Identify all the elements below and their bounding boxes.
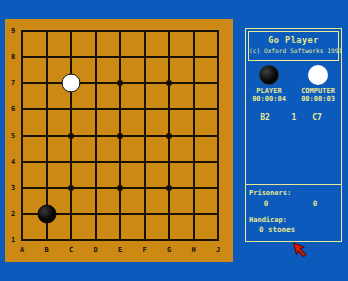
board-cell [170, 215, 193, 239]
board-cell [97, 163, 120, 187]
computer-clock: 00:00:03 [301, 95, 335, 103]
col-label-A: A [20, 247, 24, 254]
star-point-G3 [167, 185, 172, 190]
screen: { "game": "go", "app": { "title": "Go Pl… [0, 0, 348, 281]
board-cell [97, 137, 120, 161]
board-cell [195, 32, 218, 56]
computer-label: COMPUTER [301, 87, 335, 95]
star-point-G5 [167, 133, 172, 138]
board-cell [121, 163, 144, 187]
col-label-B: B [44, 247, 48, 254]
board-cell [97, 58, 120, 82]
star-point-C5 [69, 133, 74, 138]
row-label-5: 5 [11, 132, 15, 139]
board-cell [23, 58, 46, 82]
player-clock: 00:00:04 [252, 95, 286, 103]
info-panel: Go Player (c) Oxford Softworks 1991 PLAY… [245, 28, 342, 242]
board-cell [146, 110, 169, 134]
col-label-G: G [167, 247, 171, 254]
computer-stone-white [308, 65, 328, 85]
board-cell [97, 110, 120, 134]
board-cell [146, 58, 169, 82]
board-cell [170, 163, 193, 187]
row-label-4: 4 [11, 158, 15, 165]
board-cell [170, 137, 193, 161]
go-board[interactable]: 987654321ABCDEFGHJ [5, 19, 233, 262]
board-cell [48, 110, 71, 134]
board-cell [195, 215, 218, 239]
board-cell [72, 189, 95, 213]
row-label-3: 3 [11, 184, 15, 191]
board-cell [97, 215, 120, 239]
board-cell [23, 163, 46, 187]
board-cell [48, 32, 71, 56]
col-label-J: J [216, 247, 220, 254]
black-stone-B2[interactable] [37, 204, 56, 223]
board-cell [170, 189, 193, 213]
board-cell [146, 163, 169, 187]
move-player: B2 [260, 113, 270, 122]
board-cell [195, 110, 218, 134]
board-cell [170, 110, 193, 134]
board-cell [121, 137, 144, 161]
board-cell [97, 189, 120, 213]
row-label-2: 2 [11, 210, 15, 217]
star-point-G7 [167, 81, 172, 86]
board-cell [195, 137, 218, 161]
board-cell [23, 84, 46, 108]
player-label: PLAYER [256, 87, 281, 95]
col-label-C: C [69, 247, 73, 254]
move-computer: C7 [312, 113, 322, 122]
mouse-cursor [292, 242, 310, 259]
col-label-E: E [118, 247, 122, 254]
board-cell [48, 137, 71, 161]
board-cell [146, 137, 169, 161]
title-box: Go Player (c) Oxford Softworks 1991 [248, 31, 339, 61]
board-cell [72, 163, 95, 187]
player-stone-black [259, 65, 279, 85]
row-label-9: 9 [11, 28, 15, 35]
board-cell [121, 110, 144, 134]
star-point-E5 [118, 133, 123, 138]
col-label-D: D [93, 247, 97, 254]
board-cell [146, 215, 169, 239]
board-cell [170, 84, 193, 108]
board-cell [121, 189, 144, 213]
board-cell [121, 215, 144, 239]
board-cell [170, 58, 193, 82]
board-cell [72, 137, 95, 161]
star-point-E7 [118, 81, 123, 86]
board-cell [146, 32, 169, 56]
board-cell [121, 58, 144, 82]
board-cell [121, 84, 144, 108]
app-title: Go Player [249, 35, 338, 45]
board-cell [195, 84, 218, 108]
star-point-E3 [118, 185, 123, 190]
board-cell [121, 32, 144, 56]
handicap-value: 0 stones [259, 225, 295, 234]
board-cell [23, 110, 46, 134]
board-cell [146, 84, 169, 108]
board-cell [195, 189, 218, 213]
computer-prisoners-count: 0 [313, 199, 318, 208]
board-cell [195, 163, 218, 187]
white-stone-C7[interactable] [62, 74, 81, 93]
row-label-8: 8 [11, 54, 15, 61]
col-label-H: H [191, 247, 195, 254]
col-label-F: F [142, 247, 146, 254]
handicap-label: Handicap: [249, 216, 287, 224]
board-cell [97, 32, 120, 56]
prisoners-label: Prisoners: [249, 189, 291, 197]
board-cell [170, 32, 193, 56]
board-cell [72, 32, 95, 56]
copyright-text: (c) Oxford Softworks 1991 [249, 47, 338, 54]
board-cell [97, 84, 120, 108]
board-cell [23, 137, 46, 161]
board-cell [48, 163, 71, 187]
player-prisoners-count: 0 [264, 199, 269, 208]
star-point-C3 [69, 185, 74, 190]
board-cell [23, 32, 46, 56]
row-label-1: 1 [11, 237, 15, 244]
row-label-6: 6 [11, 106, 15, 113]
move-number: 1 [292, 113, 297, 122]
board-cell [195, 58, 218, 82]
row-label-7: 7 [11, 80, 15, 87]
board-cell [72, 215, 95, 239]
board-cell [146, 189, 169, 213]
panel-divider [246, 184, 341, 185]
board-cell [72, 110, 95, 134]
